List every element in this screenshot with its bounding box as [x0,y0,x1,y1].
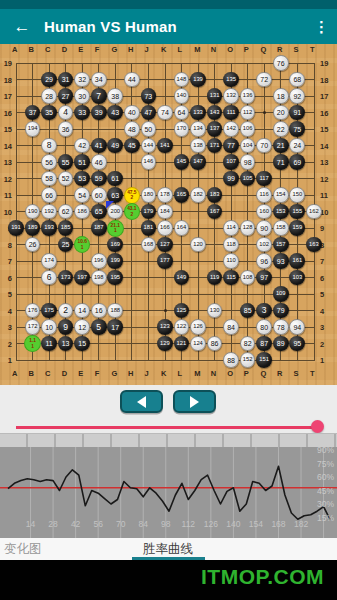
stone: 145 [174,154,190,170]
stone: 177 [157,253,173,269]
y-axis-label: 45% [302,486,334,496]
stone: 27 [58,88,74,104]
stone: 118 [223,237,239,253]
x-axis-label: 14 [26,519,35,529]
analysis-marker: 1.11 [24,335,41,352]
timeline-strip [0,433,337,447]
stone: 161 [289,253,305,269]
stone: 121 [174,336,190,352]
stone: 55 [58,154,74,170]
stone: 12 [74,319,90,335]
x-axis-label: 154 [249,519,263,529]
next-move-button[interactable] [173,390,216,413]
stone: 103 [289,270,305,286]
stone: 61 [107,171,123,187]
tab-bar: 变化图 胜率曲线 [0,538,337,560]
stone: 102 [256,237,272,253]
stone: 132 [223,88,239,104]
stone: 14 [74,303,90,319]
stone: 167 [207,204,223,220]
stone: 154 [273,187,289,203]
stone: 171 [207,138,223,154]
watermark: ITMOP.COM [201,565,324,589]
stone: 159 [289,220,305,236]
stone: 6 [41,270,57,286]
x-axis-label: 84 [139,519,148,529]
stone: 117 [256,171,272,187]
stone: 7 [91,88,107,104]
stone: 186 [74,204,90,220]
stone: 160 [256,204,272,220]
controls-bar [0,385,337,433]
stone: 178 [157,187,173,203]
stone: 28 [41,88,57,104]
stone: 51 [74,154,90,170]
stone: 41 [91,138,107,154]
stone: 136 [240,88,256,104]
back-arrow-icon[interactable]: ← [0,17,44,37]
tab-variation-diagram[interactable]: 变化图 [4,541,42,558]
stone: 193 [41,220,57,236]
stone: 80 [256,319,272,335]
stone: 44 [124,72,140,88]
stone: 53 [74,171,90,187]
stone: 125 [174,303,190,319]
prev-move-button[interactable] [120,390,163,413]
stone: 198 [91,270,107,286]
stone: 131 [207,88,223,104]
x-axis-label: 168 [271,519,285,529]
stone: 165 [174,187,190,203]
stone: 54 [74,187,90,203]
stone: 95 [289,336,305,352]
x-axis-label: 42 [71,519,80,529]
stone: 122 [174,319,190,335]
stone: 173 [58,270,74,286]
stone: 163 [306,237,322,253]
stone: 174 [41,253,57,269]
stone: 24 [289,138,305,154]
status-bar [0,0,337,9]
stone: 151 [256,352,272,368]
stone: 134 [190,121,206,137]
screen: ← Human VS Human ⋮ AABBCCDDEEFFGGHHJJKKL… [0,0,337,600]
stone: 68 [289,72,305,88]
last-move-triangle-icon [106,201,114,209]
stone: 111 [223,105,239,121]
stone: 37 [25,105,41,121]
winrate-chart: 90%75%60%45%30%15%1428425670849811212614… [0,447,337,538]
stone: 82 [240,336,256,352]
stone: 112 [240,105,256,121]
stone: 84 [223,319,239,335]
stone: 49 [107,138,123,154]
stone: 194 [25,121,41,137]
stone: 191 [8,220,24,236]
stone: 5 [91,319,107,335]
go-board[interactable]: AABBCCDDEEFFGGHHJJKKLLMMNNOOPPQQRRSSTT19… [0,44,337,385]
stone: 199 [107,253,123,269]
stone: 190 [25,204,41,220]
stone: 11 [41,336,57,352]
y-axis-label: 60% [302,472,334,482]
stone: 168 [141,237,157,253]
stone: 99 [223,171,239,187]
stone: 172 [25,319,41,335]
stone: 143 [207,105,223,121]
stone: 144 [141,138,157,154]
stone: 137 [207,121,223,137]
stone: 130 [207,303,223,319]
stone: 16 [91,303,107,319]
stone: 17 [107,319,123,335]
stone: 128 [240,220,256,236]
stone: 98 [240,154,256,170]
stone: 152 [240,352,256,368]
stone: 18 [273,88,289,104]
stone: 13 [58,336,74,352]
stone: 126 [190,319,206,335]
stone: 182 [190,187,206,203]
stone: 42 [74,138,90,154]
analysis-marker: 47.52 [124,187,141,204]
stone: 148 [174,72,190,88]
stone: 107 [223,154,239,170]
stone: 75 [289,121,305,137]
stone: 179 [141,204,157,220]
stone: 30 [74,88,90,104]
stone: 29 [41,72,57,88]
stone: 141 [157,138,173,154]
stone: 26 [25,237,41,253]
stone: 72 [256,72,272,88]
stone: 184 [157,204,173,220]
stone: 183 [207,187,223,203]
x-axis-label: 126 [204,519,218,529]
stone: 25 [58,237,74,253]
stone: 10 [41,319,57,335]
y-axis-label: 75% [302,459,334,469]
stone: 127 [157,237,173,253]
stone: 85 [240,303,256,319]
stone: 146 [141,154,157,170]
stone: 79 [273,303,289,319]
analysis-marker: 43.12 [124,203,141,220]
stone: 196 [91,253,107,269]
stone: 8 [41,138,57,154]
stone: 169 [107,237,123,253]
stone: 56 [41,154,57,170]
stone: 109 [273,286,289,302]
stone: 170 [174,121,190,137]
stone: 4 [58,105,74,121]
stone: 33 [74,105,90,121]
stone: 77 [223,138,239,154]
y-axis-label: 90% [302,447,334,455]
stone: 120 [190,237,206,253]
stone: 185 [58,220,74,236]
stone: 176 [25,303,41,319]
move-slider-track[interactable] [16,426,321,429]
stone: 175 [41,303,57,319]
stone: 116 [256,187,272,203]
stone: 69 [289,154,305,170]
stone: 162 [306,204,322,220]
stone: 52 [58,171,74,187]
stone: 2 [58,303,74,319]
stone: 155 [289,204,305,220]
stone: 34 [91,72,107,88]
x-axis-label: 56 [93,519,102,529]
stone: 135 [223,72,239,88]
stone: 181 [141,220,157,236]
stone: 140 [174,88,190,104]
x-axis-label: 182 [294,519,308,529]
stone: 43 [107,105,123,121]
stone: 149 [174,270,190,286]
stone: 188 [107,303,123,319]
stone: 47 [141,105,157,121]
stone: 192 [41,204,57,220]
app-bar: ← Human VS Human ⋮ [0,9,337,44]
stone: 36 [58,121,74,137]
stone: 74 [157,105,173,121]
stone: 123 [157,319,173,335]
stone: 70 [256,138,272,154]
stone: 20 [273,105,289,121]
stone: 45 [124,138,140,154]
tab-winrate-curve[interactable]: 胜率曲线 [143,541,193,558]
y-axis-label: 30% [302,499,334,509]
stone: 104 [240,138,256,154]
stone: 38 [107,88,123,104]
stone: 195 [107,270,123,286]
stone: 106 [240,121,256,137]
stone: 153 [273,204,289,220]
stone: 15 [74,336,90,352]
stone: 157 [273,237,289,253]
stone: 71 [273,154,289,170]
stone: 114 [223,220,239,236]
x-axis-label: 98 [161,519,170,529]
move-slider-thumb[interactable] [311,420,324,433]
stone: 187 [91,220,107,236]
stone: 139 [190,72,206,88]
stone: 32 [74,72,90,88]
stone: 3 [256,303,272,319]
x-axis-label: 70 [116,519,125,529]
stone: 119 [207,270,223,286]
x-axis-label: 112 [182,519,196,529]
page-title: Human VS Human [44,18,177,35]
stone: 166 [157,220,173,236]
stone: 158 [273,220,289,236]
stone: 31 [58,72,74,88]
stone: 21 [273,138,289,154]
stone: 64 [174,105,190,121]
stone: 46 [91,154,107,170]
stone: 110 [223,253,239,269]
stone: 78 [273,319,289,335]
stone: 9 [58,319,74,335]
stone: 147 [190,154,206,170]
stone: 62 [58,204,74,220]
stone: 59 [91,171,107,187]
next-icon [190,396,199,408]
analysis-marker: 21.11 [107,220,124,237]
stone: 48 [124,121,140,137]
analysis-marker: 10.61 [74,236,91,253]
stone: 58 [41,171,57,187]
x-axis-label: 140 [226,519,240,529]
stone: 150 [289,187,305,203]
stones-layer: 7629313234441481391357268282730738731401… [8,55,322,369]
stone: 180 [141,187,157,203]
stone: 96 [256,253,272,269]
stone: 92 [289,88,305,104]
stone: 133 [190,105,206,121]
stone: 88 [223,352,239,368]
stone: 90 [256,220,272,236]
stone: 105 [240,171,256,187]
stone: 189 [25,220,41,236]
stone: 115 [223,270,239,286]
stone: 35 [41,105,57,121]
stone: 108 [240,270,256,286]
stone: 40 [124,105,140,121]
stone: 89 [273,336,289,352]
stone: 87 [256,336,272,352]
stone: 94 [289,319,305,335]
stone: 39 [91,105,107,121]
stone: 93 [273,253,289,269]
stone: 60 [91,187,107,203]
stone: 164 [174,220,190,236]
stone: 86 [207,336,223,352]
stone: 142 [223,121,239,137]
stone: 50 [141,121,157,137]
prev-icon [137,396,146,408]
stone: 76 [273,55,289,71]
stone: 97 [256,270,272,286]
stone: 66 [41,187,57,203]
stone: 197 [74,270,90,286]
overflow-menu-icon[interactable]: ⋮ [314,18,329,36]
stone: 124 [190,336,206,352]
x-axis-label: 28 [48,519,57,529]
stone: 129 [157,336,173,352]
stone: 65 [91,204,107,220]
stone: 91 [289,105,305,121]
stone: 22 [273,121,289,137]
stone: 73 [141,88,157,104]
stone: 138 [190,138,206,154]
